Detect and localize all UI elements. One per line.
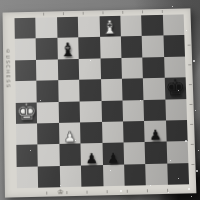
right-edge-coordinate-marks	[187, 26, 195, 175]
square: ♟	[59, 122, 81, 144]
square	[79, 58, 101, 80]
square: ♚	[164, 77, 186, 99]
white-king: ♚	[16, 100, 37, 123]
square	[145, 142, 167, 164]
square	[123, 142, 145, 164]
square	[15, 18, 36, 39]
square	[101, 100, 123, 122]
bottom-edge-coordinate-marks	[27, 189, 178, 195]
square	[38, 144, 60, 166]
photo-scene: ©USCHESS ♔ ♝♝♚♚♟♟♟♟	[0, 0, 200, 200]
square	[100, 58, 122, 80]
square	[163, 35, 185, 56]
square	[166, 141, 188, 163]
square	[103, 164, 125, 186]
square: ♝	[99, 16, 121, 37]
square: ♟	[81, 143, 103, 165]
square	[58, 80, 80, 102]
white-pawn: ♟	[63, 130, 76, 144]
square	[141, 15, 163, 36]
square	[123, 121, 145, 143]
chess-board: ©USCHESS ♔ ♝♝♚♚♟♟♟♟	[3, 8, 197, 197]
black-king: ♚	[165, 76, 186, 99]
square	[37, 123, 59, 145]
square	[122, 100, 144, 122]
black-pawn: ♟	[85, 151, 98, 165]
square	[102, 121, 124, 143]
board-brand-label: ©USCHESS	[5, 48, 12, 89]
square	[121, 57, 143, 79]
dust-speck	[195, 110, 196, 111]
square	[78, 37, 100, 58]
square	[16, 145, 38, 167]
square	[144, 99, 166, 121]
square	[17, 166, 39, 188]
dust-speck	[198, 150, 199, 151]
square	[142, 36, 164, 57]
square	[16, 123, 38, 145]
square	[15, 39, 37, 60]
square	[100, 37, 122, 58]
square	[38, 166, 60, 188]
square	[121, 36, 143, 57]
dust-speck	[172, 6, 173, 7]
square: ♟	[144, 120, 166, 142]
white-bishop: ♝	[101, 18, 118, 37]
square	[37, 80, 59, 102]
square	[101, 79, 123, 101]
square	[37, 101, 59, 123]
black-pawn: ♟	[149, 128, 162, 142]
dust-speck	[191, 196, 192, 197]
dust-speck	[196, 170, 198, 172]
square	[165, 99, 187, 121]
square	[167, 163, 189, 185]
square	[80, 101, 102, 123]
square	[78, 16, 100, 37]
square	[36, 17, 58, 38]
square	[58, 59, 80, 81]
black-bishop: ♝	[59, 40, 76, 59]
square	[143, 57, 165, 79]
square	[145, 163, 167, 185]
square	[36, 59, 58, 81]
square	[60, 165, 82, 187]
square	[124, 164, 146, 186]
square	[163, 14, 185, 35]
dust-speck	[193, 60, 195, 62]
square	[143, 78, 165, 100]
square	[58, 101, 80, 123]
square: ♚	[16, 102, 38, 124]
board-grid: ♝♝♚♚♟♟♟♟	[15, 14, 190, 188]
square	[79, 79, 101, 101]
square	[166, 120, 188, 142]
square	[80, 122, 102, 144]
square: ♟	[102, 143, 124, 165]
square	[15, 81, 37, 103]
square	[122, 78, 144, 100]
square	[36, 38, 58, 59]
square	[15, 60, 37, 82]
square: ♝	[57, 38, 79, 59]
square	[164, 56, 186, 78]
square	[59, 144, 81, 166]
square	[57, 17, 79, 38]
square	[81, 165, 103, 187]
square	[120, 15, 142, 36]
black-pawn: ♟	[107, 150, 120, 164]
